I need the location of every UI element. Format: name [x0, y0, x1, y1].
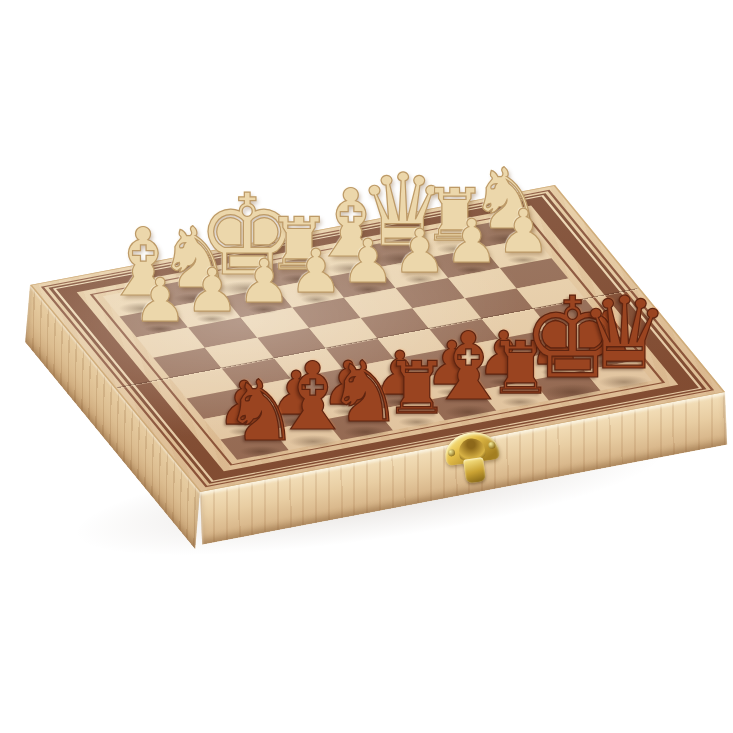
piece-light-pawn-h2[interactable]: ♟: [133, 270, 187, 330]
brass-clasp[interactable]: [440, 426, 511, 490]
piece-dark-queen-a8[interactable]: ♛: [579, 284, 669, 384]
piece-light-pawn-g2[interactable]: ♟: [185, 260, 239, 320]
clasp-latch-tab[interactable]: [463, 457, 486, 484]
piece-light-pawn-b2[interactable]: ♟: [445, 211, 499, 271]
piece-light-pawn-e2[interactable]: ♟: [289, 241, 343, 301]
piece-light-pawn-d2[interactable]: ♟: [341, 231, 395, 291]
piece-light-pawn-f2[interactable]: ♟: [237, 251, 291, 311]
chess-set-product-photo: ♝♞♚♜♝♛♜♞♟♟♟♟♟♟♟♟♟♟♟♟♟♟♟♟♞♝♞♜♝♜♚♛: [0, 0, 733, 733]
piece-light-pawn-a2[interactable]: ♟: [497, 201, 551, 261]
piece-light-pawn-c2[interactable]: ♟: [393, 221, 447, 281]
